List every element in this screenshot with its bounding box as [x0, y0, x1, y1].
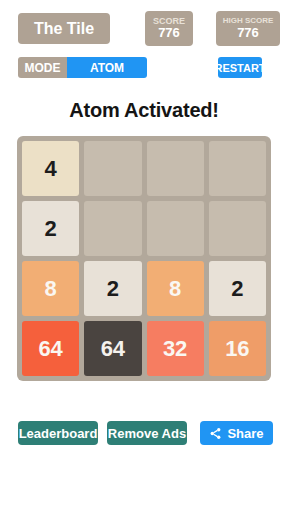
empty-cell	[147, 141, 204, 196]
high-score-value: 776	[237, 26, 259, 41]
game-board[interactable]: 42828264643216	[17, 136, 271, 381]
restart-button[interactable]: RESTART	[218, 57, 262, 78]
empty-cell	[147, 201, 204, 256]
tile-8: 8	[147, 261, 204, 316]
score-box: SCORE 776	[145, 11, 193, 46]
tile-8: 8	[22, 261, 79, 316]
score-value: 776	[158, 26, 180, 41]
tile-4: 4	[22, 141, 79, 196]
tile-16: 16	[209, 321, 266, 376]
footer-row: Leaderboard Remove Ads Share	[0, 381, 288, 445]
mode-row: MODE ATOM RESTART	[0, 46, 288, 78]
high-score-box: HIGH SCORE 776	[216, 11, 280, 46]
mode-select-button[interactable]: ATOM	[67, 57, 147, 78]
empty-cell	[209, 201, 266, 256]
tile-2: 2	[84, 261, 141, 316]
app-window: The Tile SCORE 776 HIGH SCORE 776 MODE A…	[0, 0, 288, 512]
mode-label: MODE	[18, 57, 67, 78]
app-title: The Tile	[18, 13, 110, 44]
header-row: The Tile SCORE 776 HIGH SCORE 776	[0, 0, 288, 46]
share-icon	[209, 427, 222, 440]
empty-cell	[84, 201, 141, 256]
tile-atom-64: 64	[84, 321, 141, 376]
share-button[interactable]: Share	[200, 421, 273, 445]
tile-32: 32	[147, 321, 204, 376]
banner-text: Atom Activated!	[0, 99, 288, 122]
leaderboard-button[interactable]: Leaderboard	[18, 421, 98, 445]
tile-64: 64	[22, 321, 79, 376]
tile-2: 2	[22, 201, 79, 256]
empty-cell	[84, 141, 141, 196]
tile-2: 2	[209, 261, 266, 316]
share-button-label: Share	[227, 426, 263, 441]
empty-cell	[209, 141, 266, 196]
remove-ads-button[interactable]: Remove Ads	[107, 421, 187, 445]
